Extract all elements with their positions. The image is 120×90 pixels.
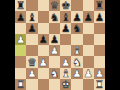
piece-black-pawn[interactable]: ♟ <box>61 23 70 33</box>
piece-black-pawn[interactable]: ♟ <box>72 11 81 21</box>
piece-white-rook[interactable]: ♜ <box>95 79 104 89</box>
piece-white-pawn[interactable]: ♟ <box>50 45 59 55</box>
square-c2[interactable] <box>38 68 49 79</box>
piece-black-bishop[interactable]: ♝ <box>27 11 36 21</box>
square-f6[interactable]: ♞ <box>71 23 82 34</box>
square-a4[interactable] <box>15 45 26 56</box>
square-f7[interactable]: ♟ <box>71 11 82 22</box>
square-g2[interactable]: ♟ <box>83 68 94 79</box>
square-b2[interactable]: ♟ <box>26 68 37 79</box>
piece-black-knight[interactable]: ♞ <box>50 11 59 21</box>
square-e7[interactable]: ♝ <box>60 11 71 22</box>
square-g7[interactable]: ♟ <box>83 11 94 22</box>
piece-white-king[interactable]: ♚ <box>61 79 70 89</box>
square-b5[interactable] <box>26 34 37 45</box>
square-d4[interactable]: ♟ <box>49 45 60 56</box>
square-a3[interactable] <box>15 56 26 67</box>
piece-white-bishop[interactable]: ♝ <box>72 45 81 55</box>
piece-white-pawn[interactable]: ♟ <box>72 68 81 78</box>
square-c5[interactable]: ♟ <box>38 34 49 45</box>
piece-black-bishop[interactable]: ♝ <box>61 11 70 21</box>
square-e6[interactable]: ♟ <box>60 23 71 34</box>
app-background: { "game": "chess", "position": "r2qk2r/p… <box>0 0 120 90</box>
square-f3[interactable]: ♞ <box>71 56 82 67</box>
square-h7[interactable]: ♟ <box>94 11 105 22</box>
square-e8[interactable]: ♚ <box>60 0 71 11</box>
square-b1[interactable] <box>26 79 37 90</box>
square-a2[interactable] <box>15 68 26 79</box>
square-b4[interactable] <box>26 45 37 56</box>
square-h6[interactable] <box>94 23 105 34</box>
square-a6[interactable] <box>15 23 26 34</box>
square-e5[interactable] <box>60 34 71 45</box>
square-a5[interactable]: ♟ <box>15 34 26 45</box>
piece-black-knight[interactable]: ♞ <box>72 23 81 33</box>
square-b7[interactable]: ♝ <box>26 11 37 22</box>
piece-black-rook[interactable]: ♜ <box>95 0 104 10</box>
square-a8[interactable]: ♜ <box>15 0 26 11</box>
square-g8[interactable] <box>83 0 94 11</box>
square-d1[interactable] <box>49 79 60 90</box>
piece-white-knight[interactable]: ♞ <box>50 68 59 78</box>
piece-white-pawn[interactable]: ♟ <box>38 56 47 66</box>
piece-white-queen[interactable]: ♛ <box>27 56 36 66</box>
square-a7[interactable]: ♟ <box>15 11 26 22</box>
piece-white-pawn[interactable]: ♟ <box>27 68 36 78</box>
square-g5[interactable] <box>83 34 94 45</box>
square-d3[interactable] <box>49 56 60 67</box>
square-d2[interactable]: ♞ <box>49 68 60 79</box>
piece-black-pawn[interactable]: ♟ <box>50 34 59 44</box>
piece-black-king[interactable]: ♚ <box>61 0 70 10</box>
square-d8[interactable]: ♛ <box>49 0 60 11</box>
piece-black-pawn[interactable]: ♟ <box>38 34 47 44</box>
square-h3[interactable] <box>94 56 105 67</box>
square-g1[interactable] <box>83 79 94 90</box>
piece-white-knight[interactable]: ♞ <box>72 56 81 66</box>
square-e2[interactable]: ♝ <box>60 68 71 79</box>
square-c8[interactable] <box>38 0 49 11</box>
piece-black-pawn[interactable]: ♟ <box>16 11 25 21</box>
square-f5[interactable] <box>71 34 82 45</box>
square-c3[interactable]: ♟ <box>38 56 49 67</box>
square-h8[interactable]: ♜ <box>94 0 105 11</box>
piece-white-bishop[interactable]: ♝ <box>61 68 70 78</box>
square-a1[interactable]: ♜ <box>15 79 26 90</box>
square-c1[interactable] <box>38 79 49 90</box>
square-d7[interactable]: ♞ <box>49 11 60 22</box>
piece-white-pawn[interactable]: ♟ <box>95 68 104 78</box>
piece-white-pawn[interactable]: ♟ <box>61 56 70 66</box>
square-e1[interactable]: ♚ <box>60 79 71 90</box>
square-c4[interactable] <box>38 45 49 56</box>
chess-board[interactable]: ♜♛♚♜♟♝♞♝♟♟♟♟♟♞♟♟♟♟♝♛♟♟♞♟♞♝♟♟♟♜♚♜ <box>15 0 105 90</box>
square-d5[interactable]: ♟ <box>49 34 60 45</box>
square-d6[interactable] <box>49 23 60 34</box>
square-g4[interactable] <box>83 45 94 56</box>
piece-white-pawn[interactable]: ♟ <box>16 34 25 44</box>
piece-black-pawn[interactable]: ♟ <box>83 11 92 21</box>
square-g3[interactable] <box>83 56 94 67</box>
square-h5[interactable] <box>94 34 105 45</box>
square-b8[interactable] <box>26 0 37 11</box>
square-b6[interactable]: ♟ <box>26 23 37 34</box>
square-e3[interactable]: ♟ <box>60 56 71 67</box>
square-h2[interactable]: ♟ <box>94 68 105 79</box>
piece-white-pawn[interactable]: ♟ <box>83 68 92 78</box>
square-f8[interactable] <box>71 0 82 11</box>
square-f2[interactable]: ♟ <box>71 68 82 79</box>
piece-black-pawn[interactable]: ♟ <box>27 23 36 33</box>
piece-black-pawn[interactable]: ♟ <box>95 11 104 21</box>
square-e4[interactable] <box>60 45 71 56</box>
square-f4[interactable]: ♝ <box>71 45 82 56</box>
square-c6[interactable] <box>38 23 49 34</box>
square-f1[interactable] <box>71 79 82 90</box>
square-h1[interactable]: ♜ <box>94 79 105 90</box>
piece-black-queen[interactable]: ♛ <box>50 0 59 10</box>
piece-white-rook[interactable]: ♜ <box>16 79 25 89</box>
square-c7[interactable] <box>38 11 49 22</box>
square-b3[interactable]: ♛ <box>26 56 37 67</box>
square-h4[interactable] <box>94 45 105 56</box>
piece-black-rook[interactable]: ♜ <box>16 0 25 10</box>
square-g6[interactable] <box>83 23 94 34</box>
